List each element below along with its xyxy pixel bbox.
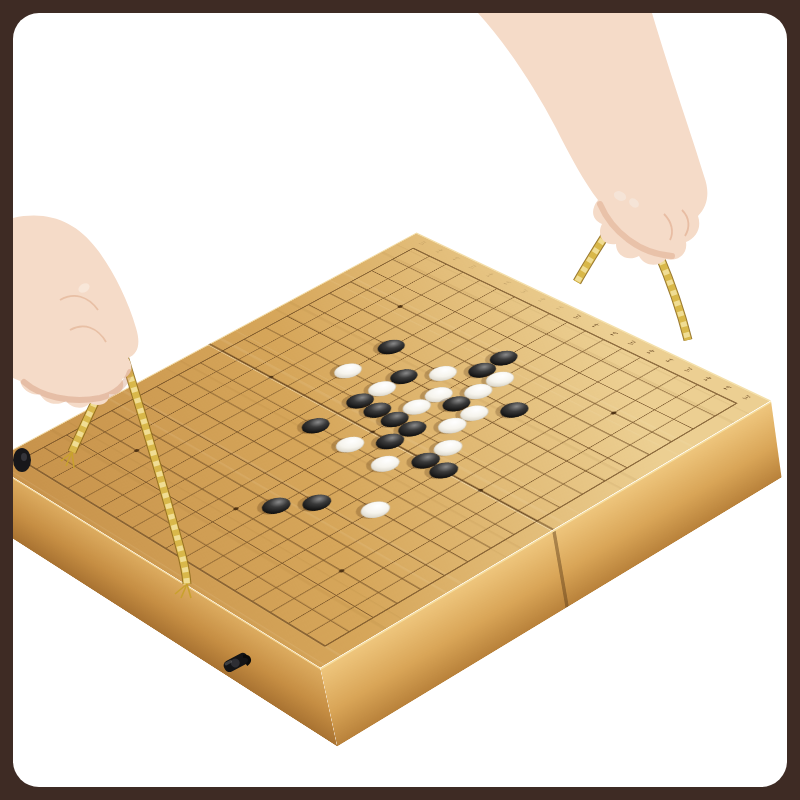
go-board-scene [13,13,787,787]
folding-go-board-box [13,233,771,668]
photo-frame [0,0,800,800]
photo-area [13,13,787,787]
